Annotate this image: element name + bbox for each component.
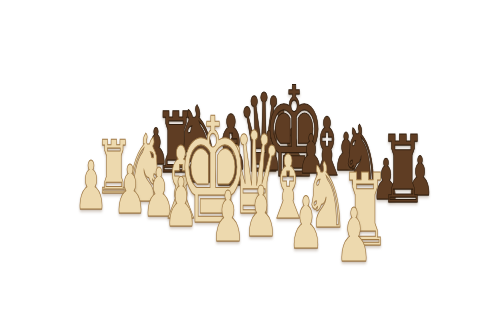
light-pawn: ♟	[336, 198, 372, 272]
light-pawn: ♟	[164, 169, 198, 237]
chess-set-photo: ♟♟♛♟♜♟♟♚♟♝♞♝♞♟♟♜♜♞♟♛♟♟♝♝♚♟♞♟♟♜♟♟	[0, 0, 500, 331]
light-pawn: ♟	[288, 187, 324, 259]
light-pawn: ♟	[244, 177, 279, 247]
light-pawn: ♟	[74, 153, 107, 220]
light-pawn: ♟	[211, 182, 246, 252]
